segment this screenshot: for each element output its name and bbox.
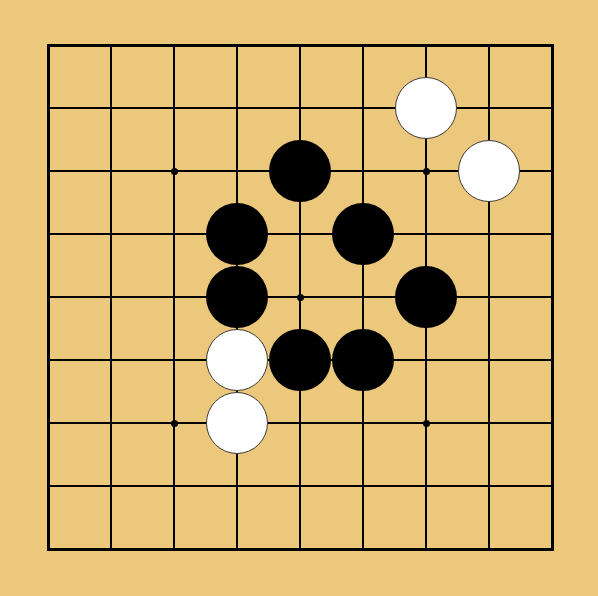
board-intersection[interactable] xyxy=(143,266,206,329)
board-intersection[interactable] xyxy=(269,518,332,581)
board-intersection[interactable] xyxy=(521,14,584,77)
board-intersection[interactable] xyxy=(269,140,332,203)
board-intersection[interactable] xyxy=(332,455,395,518)
board-intersection[interactable] xyxy=(17,455,80,518)
board-intersection[interactable] xyxy=(143,140,206,203)
board-intersection[interactable] xyxy=(458,203,521,266)
black-stone xyxy=(332,329,394,391)
board-intersection[interactable] xyxy=(395,14,458,77)
board-intersection[interactable] xyxy=(206,266,269,329)
board-intersection[interactable] xyxy=(206,455,269,518)
board-intersection[interactable] xyxy=(143,455,206,518)
board-intersection[interactable] xyxy=(143,14,206,77)
board-intersection[interactable] xyxy=(206,140,269,203)
board-intersection[interactable] xyxy=(395,455,458,518)
board-intersection[interactable] xyxy=(17,329,80,392)
board-intersection[interactable] xyxy=(80,140,143,203)
board-intersection[interactable] xyxy=(17,14,80,77)
black-stone xyxy=(332,203,394,265)
board-intersection[interactable] xyxy=(458,14,521,77)
board-intersection[interactable] xyxy=(269,392,332,455)
board-intersection[interactable] xyxy=(332,266,395,329)
white-stone xyxy=(395,77,457,139)
board-intersection[interactable] xyxy=(80,203,143,266)
board-intersection[interactable] xyxy=(206,14,269,77)
board-intersection[interactable] xyxy=(269,14,332,77)
board-intersection[interactable] xyxy=(521,140,584,203)
board-intersection[interactable] xyxy=(143,392,206,455)
board-intersection[interactable] xyxy=(332,203,395,266)
board-intersection[interactable] xyxy=(395,329,458,392)
board-intersection[interactable] xyxy=(17,266,80,329)
board-intersection[interactable] xyxy=(332,14,395,77)
board-intersection[interactable] xyxy=(80,266,143,329)
go-board xyxy=(0,0,598,596)
board-intersection[interactable] xyxy=(80,518,143,581)
board-intersection[interactable] xyxy=(395,140,458,203)
black-stone xyxy=(269,140,331,202)
board-intersection[interactable] xyxy=(80,77,143,140)
board-intersection[interactable] xyxy=(458,77,521,140)
board-intersection[interactable] xyxy=(143,518,206,581)
intersection-grid xyxy=(17,14,584,581)
board-intersection[interactable] xyxy=(269,329,332,392)
white-stone xyxy=(206,329,268,391)
board-intersection[interactable] xyxy=(458,455,521,518)
black-stone xyxy=(269,329,331,391)
board-intersection[interactable] xyxy=(395,518,458,581)
board-intersection[interactable] xyxy=(458,392,521,455)
black-stone xyxy=(395,266,457,328)
board-intersection[interactable] xyxy=(269,203,332,266)
board-intersection[interactable] xyxy=(143,203,206,266)
board-intersection[interactable] xyxy=(80,14,143,77)
board-intersection[interactable] xyxy=(332,329,395,392)
board-intersection[interactable] xyxy=(395,203,458,266)
board-intersection[interactable] xyxy=(206,329,269,392)
board-intersection[interactable] xyxy=(521,518,584,581)
board-intersection[interactable] xyxy=(206,392,269,455)
board-intersection[interactable] xyxy=(269,455,332,518)
board-intersection[interactable] xyxy=(458,140,521,203)
board-intersection[interactable] xyxy=(521,203,584,266)
board-intersection[interactable] xyxy=(521,455,584,518)
board-intersection[interactable] xyxy=(143,77,206,140)
board-intersection[interactable] xyxy=(521,77,584,140)
black-stone xyxy=(206,203,268,265)
board-intersection[interactable] xyxy=(206,518,269,581)
board-intersection[interactable] xyxy=(395,77,458,140)
board-intersection[interactable] xyxy=(206,203,269,266)
board-intersection[interactable] xyxy=(521,392,584,455)
board-intersection[interactable] xyxy=(80,329,143,392)
board-intersection[interactable] xyxy=(395,392,458,455)
board-intersection[interactable] xyxy=(17,140,80,203)
board-intersection[interactable] xyxy=(269,266,332,329)
board-intersection[interactable] xyxy=(458,329,521,392)
board-intersection[interactable] xyxy=(17,77,80,140)
board-intersection[interactable] xyxy=(458,266,521,329)
board-intersection[interactable] xyxy=(521,329,584,392)
board-intersection[interactable] xyxy=(458,518,521,581)
board-intersection[interactable] xyxy=(17,203,80,266)
board-intersection[interactable] xyxy=(521,266,584,329)
board-intersection[interactable] xyxy=(332,140,395,203)
board-intersection[interactable] xyxy=(395,266,458,329)
board-intersection[interactable] xyxy=(332,77,395,140)
board-intersection[interactable] xyxy=(269,77,332,140)
board-intersection[interactable] xyxy=(206,77,269,140)
white-stone xyxy=(206,392,268,454)
board-intersection[interactable] xyxy=(17,518,80,581)
white-stone xyxy=(458,140,520,202)
board-intersection[interactable] xyxy=(80,455,143,518)
board-intersection[interactable] xyxy=(332,518,395,581)
board-intersection[interactable] xyxy=(332,392,395,455)
board-intersection[interactable] xyxy=(17,392,80,455)
black-stone xyxy=(206,266,268,328)
board-intersection[interactable] xyxy=(80,392,143,455)
board-intersection[interactable] xyxy=(143,329,206,392)
